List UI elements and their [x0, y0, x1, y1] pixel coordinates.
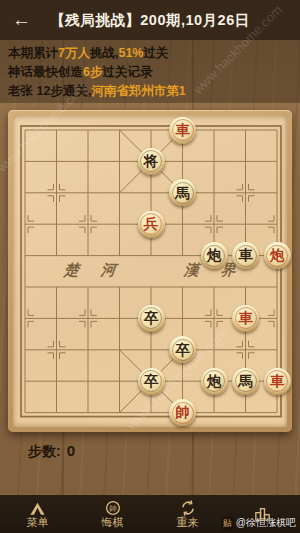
step-counter-value: 0	[67, 442, 75, 459]
piece-black-7-4[interactable]: 車	[232, 242, 259, 269]
river-label-chu-he: 楚 河	[63, 261, 125, 280]
svg-text:帥: 帥	[109, 504, 116, 513]
restart-label: 重来	[177, 517, 199, 528]
restart-button[interactable]: 重来	[150, 495, 225, 533]
piece-red-5-9[interactable]: 帥	[169, 399, 196, 426]
piece-character: 炮	[270, 248, 285, 263]
piece-black-4-6[interactable]: 卒	[138, 305, 165, 332]
participants-count: 7万人	[58, 46, 90, 60]
undo-button[interactable]: 帥 悔棋	[75, 495, 150, 533]
piece-character: 帥	[175, 405, 190, 420]
piece-character: 卒	[144, 374, 159, 389]
header-bar: ← 【残局挑战】200期,10月26日	[0, 0, 300, 40]
piece-black-7-8[interactable]: 馬	[232, 368, 259, 395]
undo-piece-icon: 帥	[105, 500, 121, 516]
piece-character: 馬	[238, 374, 253, 389]
challenge-info-panel: 本期累计7万人挑战,51%过关 神话最快创造6步过关记录 老张 12步通关,河南…	[0, 40, 300, 103]
info-line-player: 老张 12步通关,河南省郑州市第1	[8, 82, 300, 101]
piece-character: 車	[175, 123, 190, 138]
info-line-participants: 本期累计7万人挑战,51%过关	[8, 44, 300, 63]
piece-character: 炮	[207, 248, 222, 263]
piece-character: 車	[238, 248, 253, 263]
step-counter-label: 步数:	[28, 443, 61, 459]
menu-mountain-icon	[29, 501, 46, 516]
piece-character: 馬	[175, 186, 190, 201]
piece-black-6-8[interactable]: 炮	[201, 368, 228, 395]
piece-red-8-4[interactable]: 炮	[264, 242, 291, 269]
record-steps: 6步	[83, 65, 102, 79]
piece-character: 卒	[175, 343, 190, 358]
menu-button[interactable]: 菜单	[0, 495, 75, 533]
menu-label: 菜单	[27, 517, 49, 528]
info-line-record: 神话最快创造6步过关记录	[8, 63, 300, 82]
credit-name: @徐恒涨棋吧	[236, 516, 296, 530]
piece-character: 将	[144, 154, 159, 169]
undo-label: 悔棋	[102, 517, 124, 528]
credit-watermark: 贴 @徐恒涨棋吧	[221, 516, 296, 530]
restart-icon	[180, 500, 196, 516]
step-counter: 步数:0	[28, 442, 75, 461]
page-title: 【残局挑战】200期,10月26日	[0, 11, 300, 30]
tieba-badge-icon: 贴	[221, 517, 234, 530]
xiangqi-board[interactable]: 楚 河 漢 界 車将馬兵炮車炮卒車卒卒炮馬車帥	[8, 110, 292, 432]
piece-black-6-4[interactable]: 炮	[201, 242, 228, 269]
piece-red-8-8[interactable]: 車	[264, 368, 291, 395]
piece-red-4-3[interactable]: 兵	[138, 211, 165, 238]
piece-red-5-0[interactable]: 車	[169, 117, 196, 144]
piece-character: 車	[270, 374, 285, 389]
piece-character: 車	[238, 311, 253, 326]
piece-character: 卒	[144, 311, 159, 326]
player-region-rank: 河南省郑州市第1	[91, 84, 185, 98]
piece-character: 兵	[144, 217, 159, 232]
piece-black-4-1[interactable]: 将	[138, 148, 165, 175]
piece-black-4-8[interactable]: 卒	[138, 368, 165, 395]
piece-character: 炮	[207, 374, 222, 389]
piece-red-7-6[interactable]: 車	[232, 305, 259, 332]
pass-rate: 51%	[118, 46, 143, 60]
